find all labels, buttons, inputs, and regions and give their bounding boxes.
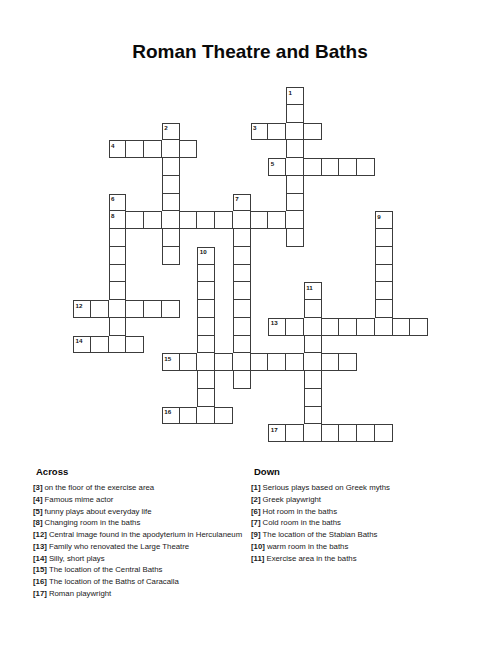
grid-cell[interactable] bbox=[339, 353, 357, 371]
clue-item: [17]Roman playwright bbox=[33, 588, 242, 600]
grid-cell[interactable] bbox=[197, 211, 215, 229]
grid-cell[interactable] bbox=[375, 424, 393, 442]
grid-cell[interactable] bbox=[109, 282, 127, 300]
clue-item: [3]on the floor of the exercise area bbox=[33, 482, 242, 494]
cell-number: 1 bbox=[289, 89, 292, 96]
grid-cell[interactable] bbox=[357, 158, 375, 176]
grid-cell[interactable] bbox=[109, 336, 127, 354]
clue-text: The location of the Central Baths bbox=[49, 565, 163, 574]
grid-cell[interactable] bbox=[233, 336, 251, 354]
grid-cell[interactable] bbox=[162, 300, 180, 318]
grid-cell[interactable] bbox=[286, 211, 304, 229]
clue-text: Cold room in the baths bbox=[263, 518, 341, 527]
down-header: Down bbox=[254, 466, 390, 477]
clue-text: Hot room in the baths bbox=[263, 507, 338, 516]
clue-item: [7]Cold room in the baths bbox=[251, 517, 390, 529]
cell-number: 17 bbox=[271, 426, 278, 433]
clue-text: Roman playwright bbox=[49, 589, 111, 598]
cell-number: 3 bbox=[253, 124, 256, 131]
across-clue-list: [3]on the floor of the exercise area[4]F… bbox=[33, 482, 242, 600]
crossword-grid: 1234567891011121314151617 bbox=[73, 87, 428, 442]
grid-cell[interactable]: 10 bbox=[197, 247, 215, 265]
grid-cell[interactable] bbox=[375, 265, 393, 283]
grid-cell[interactable] bbox=[197, 265, 215, 283]
crossword-page: { "game": "crossword", "title": "Roman T… bbox=[0, 0, 500, 647]
grid-cell[interactable] bbox=[339, 424, 357, 442]
grid-cell[interactable] bbox=[197, 336, 215, 354]
clue-item: [5]funny plays about everyday life bbox=[33, 506, 242, 518]
clue-number: [13] bbox=[33, 542, 47, 551]
cell-number: 6 bbox=[111, 195, 114, 202]
puzzle-title: Roman Theatre and Baths bbox=[0, 41, 500, 63]
clue-number: [5] bbox=[33, 507, 43, 516]
clue-number: [1] bbox=[251, 483, 261, 492]
clue-number: [14] bbox=[33, 554, 47, 563]
grid-cell[interactable] bbox=[322, 318, 340, 336]
grid-cell[interactable] bbox=[197, 389, 215, 407]
clue-item: [6]Hot room in the baths bbox=[251, 506, 390, 518]
clue-number: [17] bbox=[33, 589, 47, 598]
grid-cell[interactable] bbox=[357, 318, 375, 336]
grid-cell[interactable]: 1 bbox=[286, 87, 304, 105]
clue-text: The location of the Stabian Baths bbox=[263, 530, 378, 539]
grid-cell[interactable] bbox=[268, 353, 286, 371]
grid-cell[interactable] bbox=[180, 407, 198, 425]
grid-cell[interactable] bbox=[233, 318, 251, 336]
clue-text: funny plays about everyday life bbox=[45, 507, 152, 516]
clue-text: Serious plays based on Greek myths bbox=[263, 483, 390, 492]
cell-number: 15 bbox=[164, 355, 171, 362]
grid-cell[interactable] bbox=[357, 424, 375, 442]
grid-cell[interactable] bbox=[91, 336, 109, 354]
grid-cell[interactable] bbox=[286, 176, 304, 194]
grid-cell[interactable] bbox=[286, 140, 304, 158]
grid-cell[interactable] bbox=[286, 318, 304, 336]
grid-cell[interactable] bbox=[162, 247, 180, 265]
cell-number: 12 bbox=[76, 302, 83, 309]
clue-number: [8] bbox=[33, 518, 43, 527]
grid-cell[interactable] bbox=[304, 336, 322, 354]
clue-text: The location of the Baths of Caracalla bbox=[49, 577, 179, 586]
clue-text: Greek playwright bbox=[263, 495, 322, 504]
grid-cell[interactable] bbox=[180, 353, 198, 371]
clue-item: [14]Silly, short plays bbox=[33, 553, 242, 565]
grid-cell[interactable] bbox=[304, 318, 322, 336]
cell-number: 13 bbox=[271, 319, 278, 326]
clue-number: [12] bbox=[33, 530, 47, 539]
grid-cell[interactable]: 7 bbox=[233, 194, 251, 212]
grid-cell[interactable] bbox=[304, 371, 322, 389]
clue-item: [4]Famous mime actor bbox=[33, 494, 242, 506]
grid-cell[interactable] bbox=[197, 282, 215, 300]
grid-cell[interactable] bbox=[233, 265, 251, 283]
grid-cell[interactable]: 13 bbox=[268, 318, 286, 336]
grid-cell[interactable] bbox=[339, 318, 357, 336]
grid-cell[interactable] bbox=[215, 353, 233, 371]
clue-item: [2]Greek playwright bbox=[251, 494, 390, 506]
across-header: Across bbox=[36, 466, 242, 477]
grid-cell[interactable] bbox=[180, 211, 198, 229]
grid-cell[interactable] bbox=[233, 300, 251, 318]
grid-cell[interactable]: 5 bbox=[268, 158, 286, 176]
cell-number: 16 bbox=[164, 408, 171, 415]
grid-cell[interactable] bbox=[375, 229, 393, 247]
clue-text: warm room in the baths bbox=[267, 542, 348, 551]
grid-cell[interactable] bbox=[286, 194, 304, 212]
grid-cell[interactable] bbox=[162, 194, 180, 212]
grid-cell[interactable] bbox=[233, 211, 251, 229]
clue-text: Silly, short plays bbox=[49, 554, 105, 563]
clue-number: [7] bbox=[251, 518, 261, 527]
cell-number: 8 bbox=[111, 212, 114, 219]
grid-cell[interactable]: 14 bbox=[73, 336, 91, 354]
cell-number: 11 bbox=[306, 284, 313, 291]
grid-cell[interactable] bbox=[233, 247, 251, 265]
grid-cell[interactable] bbox=[410, 318, 428, 336]
grid-cell[interactable]: 2 bbox=[162, 123, 180, 141]
grid-cell[interactable] bbox=[197, 300, 215, 318]
clue-item: [16]The location of the Baths of Caracal… bbox=[33, 576, 242, 588]
grid-cell[interactable] bbox=[109, 229, 127, 247]
clue-number: [11] bbox=[251, 554, 264, 563]
clue-number: [6] bbox=[251, 507, 261, 516]
grid-cell[interactable] bbox=[304, 300, 322, 318]
clue-item: [10]warm room in the baths bbox=[251, 541, 390, 553]
clue-item: [15]The location of the Central Baths bbox=[33, 564, 242, 576]
grid-cell[interactable]: 9 bbox=[375, 211, 393, 229]
clue-number: [15] bbox=[33, 565, 47, 574]
grid-cell[interactable] bbox=[162, 211, 180, 229]
clue-text: Exercise area in the baths bbox=[266, 554, 356, 563]
grid-cell[interactable] bbox=[375, 300, 393, 318]
clue-number: [16] bbox=[33, 577, 47, 586]
clue-text: Famous mime actor bbox=[45, 495, 114, 504]
grid-cell[interactable] bbox=[286, 353, 304, 371]
clue-item: [13]Family who renovated the Large Theat… bbox=[33, 541, 242, 553]
down-clues-section: Down [1]Serious plays based on Greek myt… bbox=[251, 466, 390, 564]
grid-cell[interactable] bbox=[144, 211, 162, 229]
grid-cell[interactable] bbox=[109, 265, 127, 283]
grid-cell[interactable]: 11 bbox=[304, 282, 322, 300]
grid-cell[interactable] bbox=[375, 282, 393, 300]
grid-cell[interactable] bbox=[339, 158, 357, 176]
grid-cell[interactable] bbox=[268, 123, 286, 141]
grid-cell[interactable] bbox=[197, 371, 215, 389]
cell-number: 14 bbox=[76, 337, 83, 344]
grid-cell[interactable] bbox=[126, 211, 144, 229]
grid-cell[interactable]: 15 bbox=[162, 353, 180, 371]
grid-cell[interactable]: 17 bbox=[268, 424, 286, 442]
clue-text: on the floor of the exercise area bbox=[45, 483, 155, 492]
cell-number: 5 bbox=[271, 160, 274, 167]
cell-number: 4 bbox=[111, 142, 114, 149]
grid-cell[interactable] bbox=[162, 140, 180, 158]
grid-cell[interactable] bbox=[197, 407, 215, 425]
grid-cell[interactable] bbox=[233, 229, 251, 247]
clue-item: [11]Exercise area in the baths bbox=[251, 553, 390, 565]
grid-cell[interactable] bbox=[304, 158, 322, 176]
grid-cell[interactable] bbox=[109, 318, 127, 336]
grid-cell[interactable] bbox=[304, 353, 322, 371]
grid-cell[interactable]: 3 bbox=[251, 123, 269, 141]
grid-cell[interactable]: 12 bbox=[73, 300, 91, 318]
clue-text: Central image found in the apodyterium i… bbox=[49, 530, 242, 539]
grid-cell[interactable] bbox=[393, 318, 411, 336]
clue-number: [10] bbox=[251, 542, 265, 551]
grid-cell[interactable] bbox=[144, 140, 162, 158]
grid-cell[interactable] bbox=[126, 300, 144, 318]
cell-number: 7 bbox=[235, 195, 238, 202]
grid-cell[interactable] bbox=[286, 424, 304, 442]
cell-number: 10 bbox=[200, 248, 207, 255]
grid-cell[interactable] bbox=[304, 123, 322, 141]
clue-item: [1]Serious plays based on Greek myths bbox=[251, 482, 390, 494]
grid-cell[interactable] bbox=[375, 318, 393, 336]
grid-cell[interactable] bbox=[251, 353, 269, 371]
grid-cell[interactable] bbox=[162, 229, 180, 247]
clue-number: [2] bbox=[251, 495, 261, 504]
grid-cell[interactable] bbox=[322, 424, 340, 442]
grid-cell[interactable] bbox=[91, 300, 109, 318]
grid-cell[interactable]: 6 bbox=[109, 194, 127, 212]
grid-cell[interactable]: 4 bbox=[109, 140, 127, 158]
grid-cell[interactable] bbox=[304, 424, 322, 442]
grid-cell[interactable] bbox=[286, 105, 304, 123]
across-clues-section: Across [3]on the floor of the exercise a… bbox=[33, 466, 242, 600]
clue-number: [3] bbox=[33, 483, 43, 492]
clue-text: Changing room in the baths bbox=[45, 518, 141, 527]
grid-cell[interactable] bbox=[322, 353, 340, 371]
grid-cell[interactable] bbox=[215, 407, 233, 425]
grid-cell[interactable]: 16 bbox=[162, 407, 180, 425]
grid-cell[interactable] bbox=[375, 247, 393, 265]
clue-number: [4] bbox=[33, 495, 43, 504]
grid-cell[interactable] bbox=[197, 353, 215, 371]
cell-number: 2 bbox=[164, 124, 167, 131]
down-clue-list: [1]Serious plays based on Greek myths[2]… bbox=[251, 482, 390, 564]
grid-cell[interactable] bbox=[126, 140, 144, 158]
cell-number: 9 bbox=[377, 213, 380, 220]
grid-cell[interactable] bbox=[109, 300, 127, 318]
clue-item: [8]Changing room in the baths bbox=[33, 517, 242, 529]
grid-cell[interactable] bbox=[233, 371, 251, 389]
grid-cell[interactable] bbox=[233, 282, 251, 300]
grid-cell[interactable] bbox=[215, 211, 233, 229]
clue-text: Family who renovated the Large Theatre bbox=[49, 542, 189, 551]
grid-cell[interactable]: 8 bbox=[109, 211, 127, 229]
grid-cell[interactable] bbox=[322, 158, 340, 176]
grid-cell[interactable] bbox=[286, 123, 304, 141]
grid-cell[interactable] bbox=[144, 300, 162, 318]
grid-cell[interactable] bbox=[126, 336, 144, 354]
grid-cell[interactable] bbox=[197, 318, 215, 336]
grid-cell[interactable] bbox=[180, 140, 198, 158]
grid-cell[interactable] bbox=[286, 158, 304, 176]
clue-item: [12]Central image found in the apodyteri… bbox=[33, 529, 242, 541]
grid-cell[interactable] bbox=[304, 389, 322, 407]
grid-cell[interactable] bbox=[109, 247, 127, 265]
grid-cell[interactable] bbox=[162, 158, 180, 176]
grid-cell[interactable] bbox=[233, 353, 251, 371]
grid-cell[interactable] bbox=[268, 211, 286, 229]
grid-cell[interactable] bbox=[286, 229, 304, 247]
clue-number: [9] bbox=[251, 530, 261, 539]
grid-cell[interactable] bbox=[162, 176, 180, 194]
grid-cell[interactable] bbox=[304, 407, 322, 425]
grid-cell[interactable] bbox=[251, 211, 269, 229]
clue-item: [9]The location of the Stabian Baths bbox=[251, 529, 390, 541]
